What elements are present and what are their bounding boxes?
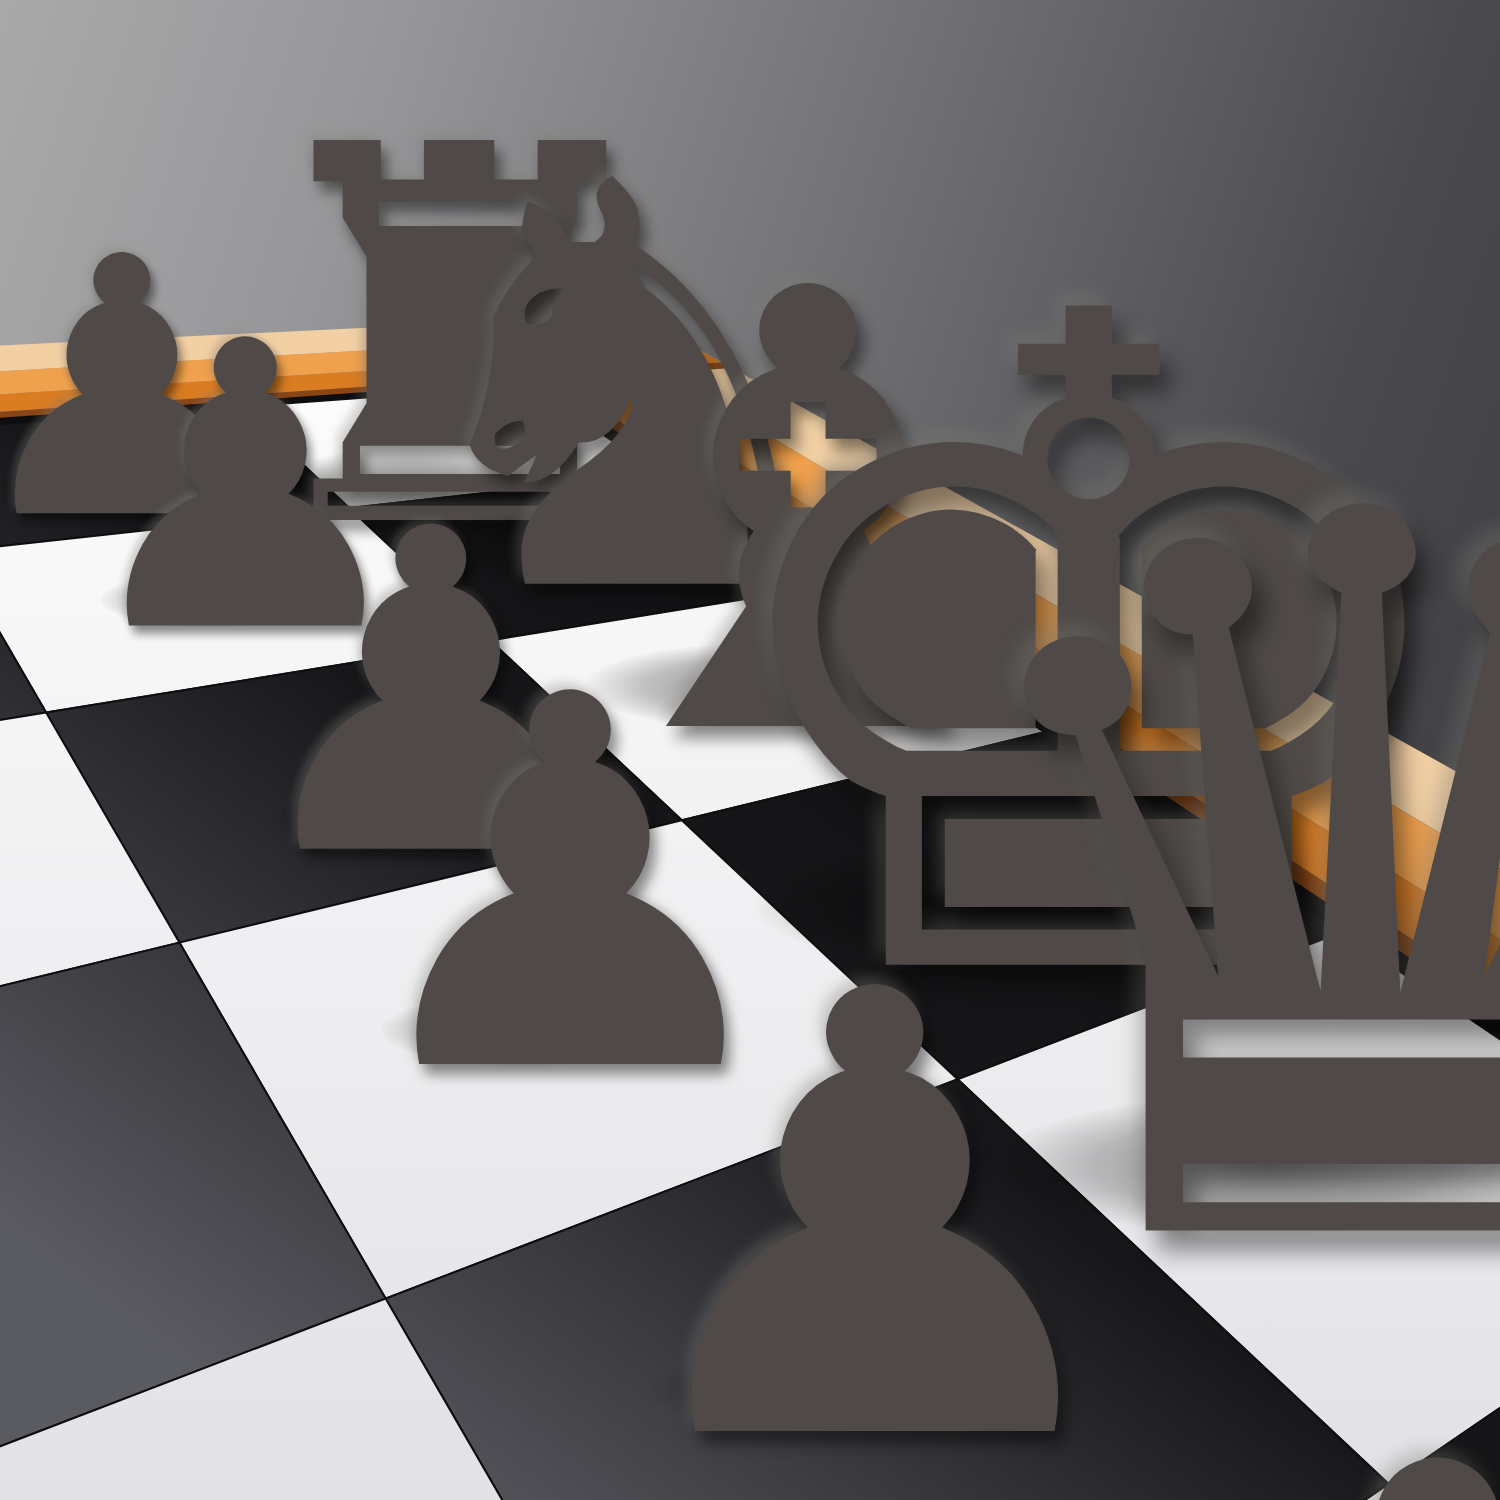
chess-scene: ♜♞♝♚♛♟♟♟♟♟♟: [0, 0, 1500, 1500]
piece-f7-pawn[interactable]: ♟: [1092, 1368, 1500, 1500]
piece-e7-pawn[interactable]: ♟: [601, 913, 1150, 1500]
